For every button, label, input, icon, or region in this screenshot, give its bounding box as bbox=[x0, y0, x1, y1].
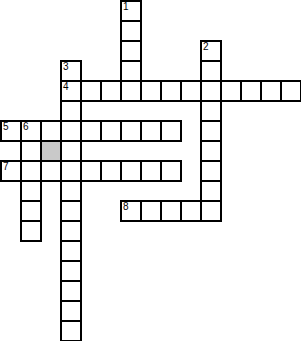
cell-r4c14[interactable] bbox=[280, 80, 301, 102]
cell-r6c5[interactable] bbox=[100, 120, 122, 142]
cell-r11c1[interactable] bbox=[20, 220, 42, 242]
cell-r13c3[interactable] bbox=[60, 260, 82, 282]
cell-r3c6[interactable] bbox=[120, 60, 142, 82]
cell-r10c1[interactable] bbox=[20, 200, 42, 222]
cell-r9c3[interactable] bbox=[60, 180, 82, 202]
cell-r8c2[interactable] bbox=[40, 160, 62, 182]
clue-number-2: 2 bbox=[203, 42, 209, 52]
cell-r10c7[interactable] bbox=[140, 200, 162, 222]
cell-r11c3[interactable] bbox=[60, 220, 82, 242]
cell-r6c1[interactable]: 6 bbox=[20, 120, 42, 142]
cell-r6c10[interactable] bbox=[200, 120, 222, 142]
cell-r6c3[interactable] bbox=[60, 120, 82, 142]
cell-r3c3[interactable]: 3 bbox=[60, 60, 82, 82]
cell-r6c0[interactable]: 5 bbox=[0, 120, 22, 142]
cell-r8c1[interactable] bbox=[20, 160, 42, 182]
cell-r4c12[interactable] bbox=[240, 80, 262, 102]
cell-r7c10[interactable] bbox=[200, 140, 222, 162]
cell-r2c6[interactable] bbox=[120, 40, 142, 62]
cell-r10c6[interactable]: 8 bbox=[120, 200, 142, 222]
crossword-board: 12345678 bbox=[0, 0, 301, 341]
cell-r10c8[interactable] bbox=[160, 200, 182, 222]
clue-number-6: 6 bbox=[23, 122, 29, 132]
cell-r4c9[interactable] bbox=[180, 80, 202, 102]
cell-r4c13[interactable] bbox=[260, 80, 282, 102]
shaded-cell-r7c2[interactable] bbox=[40, 140, 62, 162]
cell-r8c4[interactable] bbox=[80, 160, 102, 182]
cell-r8c10[interactable] bbox=[200, 160, 222, 182]
cell-r4c10[interactable] bbox=[200, 80, 222, 102]
cell-r10c9[interactable] bbox=[180, 200, 202, 222]
cell-r6c6[interactable] bbox=[120, 120, 142, 142]
clue-number-7: 7 bbox=[3, 162, 9, 172]
cell-r1c6[interactable] bbox=[120, 20, 142, 42]
cell-r4c6[interactable] bbox=[120, 80, 142, 102]
cell-r14c3[interactable] bbox=[60, 280, 82, 302]
cell-r4c7[interactable] bbox=[140, 80, 162, 102]
clue-number-3: 3 bbox=[63, 62, 69, 72]
cell-r0c6[interactable]: 1 bbox=[120, 0, 142, 22]
cell-r8c7[interactable] bbox=[140, 160, 162, 182]
cell-r2c10[interactable]: 2 bbox=[200, 40, 222, 62]
cell-r4c4[interactable] bbox=[80, 80, 102, 102]
cell-r5c3[interactable] bbox=[60, 100, 82, 122]
clue-number-8: 8 bbox=[123, 202, 129, 212]
cell-r7c3[interactable] bbox=[60, 140, 82, 162]
cell-r15c3[interactable] bbox=[60, 300, 82, 322]
cell-r8c8[interactable] bbox=[160, 160, 182, 182]
cell-r7c1[interactable] bbox=[20, 140, 42, 162]
cell-r4c8[interactable] bbox=[160, 80, 182, 102]
cell-r4c5[interactable] bbox=[100, 80, 122, 102]
cell-r4c3[interactable]: 4 bbox=[60, 80, 82, 102]
cell-r5c10[interactable] bbox=[200, 100, 222, 122]
cell-r6c4[interactable] bbox=[80, 120, 102, 142]
clue-number-5: 5 bbox=[3, 122, 9, 132]
cell-r8c3[interactable] bbox=[60, 160, 82, 182]
cell-r9c10[interactable] bbox=[200, 180, 222, 202]
cell-r8c0[interactable]: 7 bbox=[0, 160, 22, 182]
cell-r12c3[interactable] bbox=[60, 240, 82, 262]
clue-number-4: 4 bbox=[63, 82, 69, 92]
cell-r8c5[interactable] bbox=[100, 160, 122, 182]
cell-r4c11[interactable] bbox=[220, 80, 242, 102]
cell-r6c7[interactable] bbox=[140, 120, 162, 142]
cell-r10c3[interactable] bbox=[60, 200, 82, 222]
cell-r6c2[interactable] bbox=[40, 120, 62, 142]
cell-r6c8[interactable] bbox=[160, 120, 182, 142]
cell-r9c1[interactable] bbox=[20, 180, 42, 202]
cell-r8c6[interactable] bbox=[120, 160, 142, 182]
cell-r3c10[interactable] bbox=[200, 60, 222, 82]
clue-number-1: 1 bbox=[123, 2, 129, 12]
cell-r16c3[interactable] bbox=[60, 320, 82, 341]
cell-r10c10[interactable] bbox=[200, 200, 222, 222]
